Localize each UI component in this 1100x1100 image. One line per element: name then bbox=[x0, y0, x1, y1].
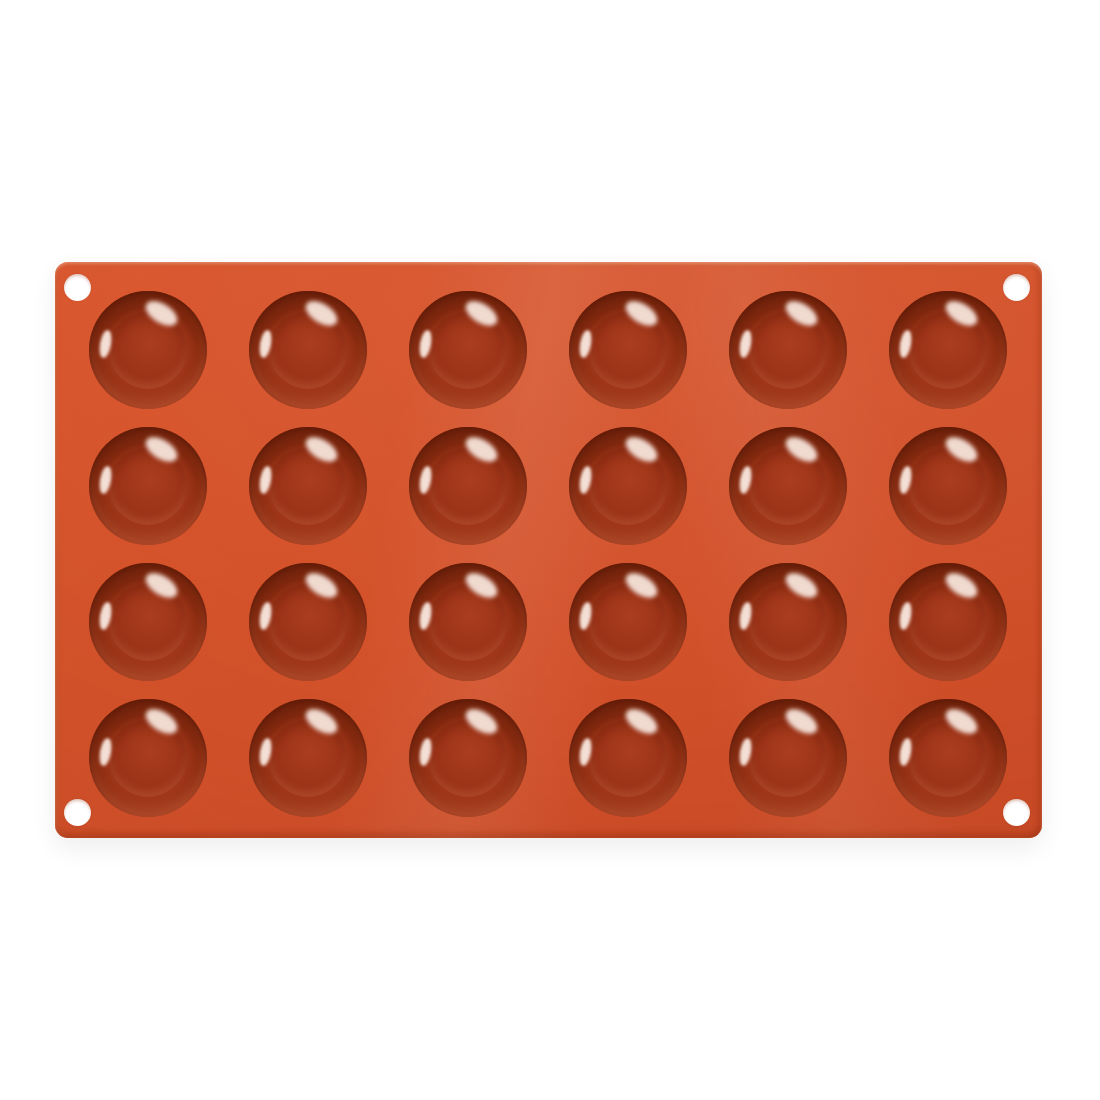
cavity-cell-r3-c2 bbox=[228, 554, 388, 690]
silicone-mould-tray bbox=[55, 262, 1042, 838]
mould-cavity bbox=[89, 427, 207, 545]
cavity-cell-r2-c1 bbox=[68, 418, 228, 554]
mould-cavity bbox=[409, 291, 527, 409]
mould-cavity bbox=[569, 563, 687, 681]
mould-cavity bbox=[729, 563, 847, 681]
mould-cavity bbox=[729, 291, 847, 409]
mould-cavity bbox=[889, 427, 1007, 545]
mould-cavity bbox=[249, 291, 367, 409]
cavity-cell-r3-c5 bbox=[708, 554, 868, 690]
mould-cavity bbox=[409, 699, 527, 817]
cavity-cell-r3-c1 bbox=[68, 554, 228, 690]
cavity-cell-r2-c5 bbox=[708, 418, 868, 554]
mould-cavity bbox=[569, 427, 687, 545]
cavity-cell-r2-c4 bbox=[548, 418, 708, 554]
product-photo-canvas bbox=[0, 0, 1100, 1100]
cavity-cell-r4-c4 bbox=[548, 690, 708, 826]
cavity-cell-r4-c6 bbox=[868, 690, 1028, 826]
mould-cavity bbox=[89, 699, 207, 817]
cavity-cell-r3-c6 bbox=[868, 554, 1028, 690]
cavity-cell-r1-c4 bbox=[548, 282, 708, 418]
cavity-grid bbox=[68, 282, 1028, 826]
mould-cavity bbox=[89, 563, 207, 681]
mould-cavity bbox=[249, 699, 367, 817]
cavity-cell-r3-c3 bbox=[388, 554, 548, 690]
cavity-cell-r1-c5 bbox=[708, 282, 868, 418]
cavity-cell-r1-c3 bbox=[388, 282, 548, 418]
cavity-cell-r1-c6 bbox=[868, 282, 1028, 418]
mould-cavity bbox=[889, 291, 1007, 409]
cavity-cell-r2-c2 bbox=[228, 418, 388, 554]
mould-cavity bbox=[409, 427, 527, 545]
mould-cavity bbox=[889, 563, 1007, 681]
mould-cavity bbox=[889, 699, 1007, 817]
cavity-cell-r3-c4 bbox=[548, 554, 708, 690]
mould-cavity bbox=[89, 291, 207, 409]
cavity-cell-r1-c2 bbox=[228, 282, 388, 418]
mould-cavity bbox=[729, 427, 847, 545]
mould-cavity bbox=[249, 563, 367, 681]
mould-cavity bbox=[569, 291, 687, 409]
cavity-cell-r2-c3 bbox=[388, 418, 548, 554]
cavity-cell-r1-c1 bbox=[68, 282, 228, 418]
cavity-cell-r4-c3 bbox=[388, 690, 548, 826]
cavity-cell-r4-c5 bbox=[708, 690, 868, 826]
mould-cavity bbox=[729, 699, 847, 817]
cavity-cell-r4-c1 bbox=[68, 690, 228, 826]
mould-cavity bbox=[409, 563, 527, 681]
cavity-cell-r4-c2 bbox=[228, 690, 388, 826]
mould-cavity bbox=[569, 699, 687, 817]
mould-cavity bbox=[249, 427, 367, 545]
cavity-cell-r2-c6 bbox=[868, 418, 1028, 554]
